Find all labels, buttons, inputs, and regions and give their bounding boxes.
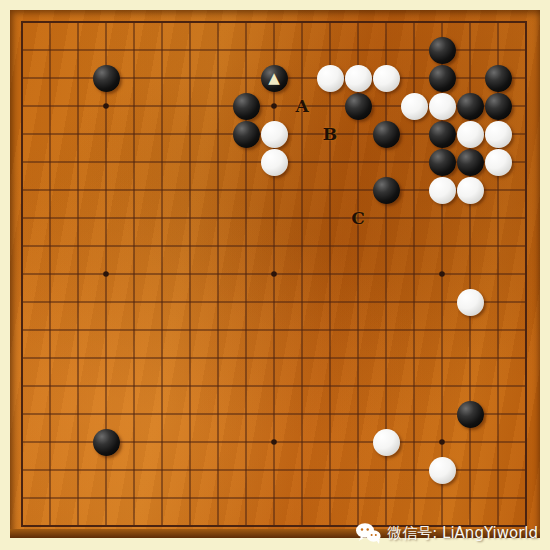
black-stone-O13 xyxy=(373,177,400,204)
white-stone-K15 xyxy=(261,121,288,148)
white-stone-R13 xyxy=(457,177,484,204)
black-stone-D4 xyxy=(93,429,120,456)
white-stone-O4 xyxy=(373,429,400,456)
white-stone-Q3 xyxy=(429,457,456,484)
black-stone-S17 xyxy=(485,65,512,92)
white-stone-K14 xyxy=(261,149,288,176)
white-stone-S14 xyxy=(485,149,512,176)
black-stone-Q17 xyxy=(429,65,456,92)
black-stone-D17 xyxy=(93,65,120,92)
point-label-A: A xyxy=(288,92,316,120)
white-stone-R15 xyxy=(457,121,484,148)
wechat-icon xyxy=(355,522,381,544)
black-stone-Q15 xyxy=(429,121,456,148)
white-stone-Q13 xyxy=(429,177,456,204)
point-label-B: B xyxy=(316,120,344,148)
black-stone-K17: ▲ xyxy=(261,65,288,92)
black-stone-J16 xyxy=(233,93,260,120)
black-stone-R5 xyxy=(457,401,484,428)
go-diagram: ▲ABC 微信号: LiAngYiworld xyxy=(0,0,550,550)
black-stone-N16 xyxy=(345,93,372,120)
black-stone-Q14 xyxy=(429,149,456,176)
black-stone-O15 xyxy=(373,121,400,148)
white-stone-P16 xyxy=(401,93,428,120)
white-stone-N17 xyxy=(345,65,372,92)
black-stone-R16 xyxy=(457,93,484,120)
black-stone-J15 xyxy=(233,121,260,148)
black-stone-Q18 xyxy=(429,37,456,64)
watermark: 微信号: LiAngYiworld xyxy=(355,522,538,544)
black-stone-R14 xyxy=(457,149,484,176)
white-stone-S15 xyxy=(485,121,512,148)
white-stone-M17 xyxy=(317,65,344,92)
black-stone-S16 xyxy=(485,93,512,120)
white-stone-R9 xyxy=(457,289,484,316)
white-stone-Q16 xyxy=(429,93,456,120)
board-grid: ▲ABC xyxy=(8,8,540,540)
white-stone-O17 xyxy=(373,65,400,92)
triangle-mark-icon: ▲ xyxy=(261,65,288,92)
watermark-text: 微信号: LiAngYiworld xyxy=(387,524,538,543)
point-label-C: C xyxy=(344,204,372,232)
